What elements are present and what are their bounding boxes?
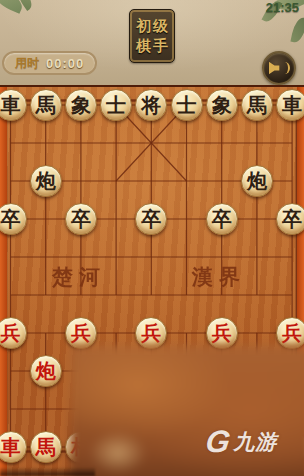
piece-black-horse-b10[interactable]: 馬 [30, 89, 62, 121]
piece-black-elephant-c10[interactable]: 象 [65, 89, 97, 121]
piece-red-cannon-b3[interactable]: 炮 [30, 355, 62, 387]
elapsed-time-label: 用时 [15, 55, 39, 72]
piece-red-soldier-g4[interactable]: 兵 [206, 317, 238, 349]
piece-black-chariot-a10[interactable]: 車 [0, 89, 27, 121]
bamboo-leaf-icon [290, 16, 304, 44]
rank-badge-line1: 初级 [134, 17, 170, 36]
piece-black-chariot-i10[interactable]: 車 [276, 89, 304, 121]
elapsed-time-pill: 用时 00:00 [2, 51, 97, 75]
sound-button[interactable] [262, 51, 296, 85]
piece-black-horse-h10[interactable]: 馬 [241, 89, 273, 121]
piece-black-soldier-i7[interactable]: 卒 [276, 203, 304, 235]
piece-black-advisor-d10[interactable]: 士 [100, 89, 132, 121]
piece-red-chariot-a1[interactable]: 車 [0, 431, 27, 463]
header: 21:35 初级 棋手 用时 00:00 [0, 0, 304, 85]
piece-black-cannon-h8[interactable]: 炮 [241, 165, 273, 197]
system-clock: 21:35 [266, 0, 299, 15]
piece-red-soldier-c4[interactable]: 兵 [65, 317, 97, 349]
watermark: G 九游 [206, 424, 277, 460]
piece-black-elephant-g10[interactable]: 象 [206, 89, 238, 121]
piece-black-soldier-c7[interactable]: 卒 [65, 203, 97, 235]
rank-badge: 初级 棋手 [129, 9, 175, 63]
piece-red-horse-b1[interactable]: 馬 [30, 431, 62, 463]
piece-black-soldier-a7[interactable]: 卒 [0, 203, 27, 235]
piece-red-soldier-i4[interactable]: 兵 [276, 317, 304, 349]
jiuyou-logo-icon: G [203, 424, 232, 460]
speaker-wave-icon [280, 62, 290, 74]
piece-black-advisor-f10[interactable]: 士 [171, 89, 203, 121]
elapsed-time-value: 00:00 [46, 56, 84, 71]
bottom-edge-shadow [0, 467, 95, 476]
watermark-text: 九游 [233, 428, 277, 456]
piece-black-cannon-b8[interactable]: 炮 [30, 165, 62, 197]
piece-red-soldier-a4[interactable]: 兵 [0, 317, 27, 349]
rank-badge-line2: 棋手 [134, 37, 170, 56]
piece-black-soldier-g7[interactable]: 卒 [206, 203, 238, 235]
piece-red-soldier-e4[interactable]: 兵 [135, 317, 167, 349]
piece-black-general-e10[interactable]: 将 [135, 89, 167, 121]
piece-black-soldier-e7[interactable]: 卒 [135, 203, 167, 235]
